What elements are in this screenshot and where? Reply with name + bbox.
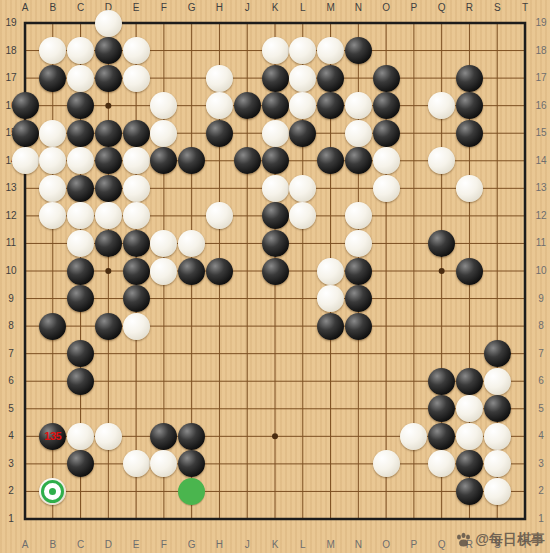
coord-label-left: 10 [1, 264, 21, 278]
black-stone [150, 423, 177, 450]
coord-label-top: A [15, 1, 35, 15]
coord-label-bottom: Q [432, 538, 452, 552]
white-stone [484, 368, 511, 395]
black-stone [262, 202, 289, 229]
white-stone [67, 37, 94, 64]
black-stone [373, 65, 400, 92]
coord-label-right: 16 [531, 99, 550, 113]
black-stone [345, 258, 372, 285]
coord-label-left: 3 [1, 457, 21, 471]
black-stone [67, 175, 94, 202]
white-stone [95, 10, 122, 37]
white-stone [123, 37, 150, 64]
black-stone [123, 230, 150, 257]
coord-label-bottom: B [43, 538, 63, 552]
black-stone [262, 92, 289, 119]
white-stone [373, 147, 400, 174]
coord-label-right: 5 [531, 402, 550, 416]
black-stone [95, 230, 122, 257]
coord-label-top: M [321, 1, 341, 15]
coord-label-right: 9 [531, 292, 550, 306]
white-stone [123, 450, 150, 477]
move-number-label: 135 [39, 423, 66, 450]
black-stone [456, 368, 483, 395]
white-stone [262, 120, 289, 147]
white-stone [95, 202, 122, 229]
white-stone [262, 175, 289, 202]
black-stone [456, 478, 483, 505]
black-stone [95, 120, 122, 147]
black-stone [67, 340, 94, 367]
coord-label-bottom: C [71, 538, 91, 552]
white-stone [456, 423, 483, 450]
white-stone [317, 37, 344, 64]
black-stone [95, 313, 122, 340]
white-stone [373, 175, 400, 202]
coord-label-bottom: F [154, 538, 174, 552]
coord-label-right: 3 [531, 457, 550, 471]
white-stone [289, 65, 316, 92]
coord-label-right: 12 [531, 209, 550, 223]
black-stone [123, 120, 150, 147]
black-stone [39, 313, 66, 340]
coord-label-top: H [209, 1, 229, 15]
white-stone [178, 230, 205, 257]
black-stone [178, 423, 205, 450]
go-app-screen: AABBCCDDEEFFGGHHJJKKLLMMNNOOPPQQRRSSTT19… [0, 0, 550, 553]
white-stone [123, 313, 150, 340]
black-stone [95, 147, 122, 174]
coord-label-right: 6 [531, 374, 550, 388]
black-stone [67, 285, 94, 312]
coord-label-bottom: G [182, 538, 202, 552]
black-stone [456, 258, 483, 285]
coord-label-top: L [293, 1, 313, 15]
black-stone [95, 37, 122, 64]
white-stone [289, 175, 316, 202]
coord-label-bottom: O [376, 538, 396, 552]
coord-label-bottom: E [126, 538, 146, 552]
black-stone [317, 65, 344, 92]
coord-label-bottom: D [98, 538, 118, 552]
black-stone [456, 120, 483, 147]
black-stone [484, 340, 511, 367]
black-stone [373, 92, 400, 119]
black-stone [95, 175, 122, 202]
coord-label-left: 17 [1, 71, 21, 85]
black-stone [262, 147, 289, 174]
black-stone [428, 230, 455, 257]
white-stone [95, 423, 122, 450]
coord-label-top: S [487, 1, 507, 15]
black-stone [39, 65, 66, 92]
white-stone [123, 202, 150, 229]
white-stone [206, 65, 233, 92]
coord-label-left: 1 [1, 512, 21, 526]
black-stone [345, 313, 372, 340]
coord-label-right: 2 [531, 484, 550, 498]
white-stone [39, 120, 66, 147]
white-stone [484, 423, 511, 450]
black-stone [484, 395, 511, 422]
white-stone [123, 175, 150, 202]
coord-label-top: J [237, 1, 257, 15]
coord-label-left: 6 [1, 374, 21, 388]
black-stone [428, 423, 455, 450]
white-stone [123, 147, 150, 174]
coord-label-right: 7 [531, 347, 550, 361]
black-stone [123, 258, 150, 285]
white-stone [67, 423, 94, 450]
black-stone [234, 147, 261, 174]
black-stone [456, 92, 483, 119]
coord-label-right: 1 [531, 512, 550, 526]
coord-label-bottom: N [348, 538, 368, 552]
white-stone [484, 450, 511, 477]
coord-label-right: 18 [531, 44, 550, 58]
green-disc-marker [178, 478, 205, 505]
white-stone [150, 120, 177, 147]
watermark-text: @每日棋事 [475, 531, 545, 549]
coord-label-left: 11 [1, 236, 21, 250]
white-stone [12, 147, 39, 174]
coord-label-top: N [348, 1, 368, 15]
coord-label-bottom: J [237, 538, 257, 552]
coord-label-bottom: L [293, 538, 313, 552]
white-stone [400, 423, 427, 450]
coord-label-top: C [71, 1, 91, 15]
coord-label-top: K [265, 1, 285, 15]
coord-label-right: 8 [531, 319, 550, 333]
white-stone [484, 478, 511, 505]
black-stone [456, 65, 483, 92]
white-stone [345, 92, 372, 119]
paw-icon [455, 532, 472, 548]
white-stone [67, 230, 94, 257]
white-stone [262, 37, 289, 64]
coord-label-right: 11 [531, 236, 550, 250]
black-stone [317, 92, 344, 119]
black-stone [345, 285, 372, 312]
black-stone [95, 65, 122, 92]
coord-label-bottom: M [321, 538, 341, 552]
coord-label-left: 18 [1, 44, 21, 58]
black-stone [234, 92, 261, 119]
coord-label-top: G [182, 1, 202, 15]
black-stone [428, 368, 455, 395]
coord-label-top: Q [432, 1, 452, 15]
coord-label-right: 14 [531, 154, 550, 168]
black-stone [289, 120, 316, 147]
coord-label-top: R [459, 1, 479, 15]
coord-label-bottom: H [209, 538, 229, 552]
coord-label-left: 9 [1, 292, 21, 306]
coord-label-left: 19 [1, 16, 21, 30]
white-stone [345, 120, 372, 147]
coord-label-left: 8 [1, 319, 21, 333]
watermark: @每日棋事 [455, 531, 545, 549]
coord-label-right: 17 [531, 71, 550, 85]
coord-label-left: 12 [1, 209, 21, 223]
black-stone [67, 120, 94, 147]
coord-label-left: 2 [1, 484, 21, 498]
coord-label-top: B [43, 1, 63, 15]
black-stone [206, 120, 233, 147]
coord-label-top: O [376, 1, 396, 15]
black-stone [345, 37, 372, 64]
coord-label-bottom: P [404, 538, 424, 552]
coord-label-left: 7 [1, 347, 21, 361]
coord-label-right: 10 [531, 264, 550, 278]
white-stone [456, 395, 483, 422]
black-stone [12, 120, 39, 147]
coord-label-bottom: K [265, 538, 285, 552]
coord-label-top: P [404, 1, 424, 15]
white-stone [150, 258, 177, 285]
coord-label-right: 15 [531, 126, 550, 140]
white-stone [317, 285, 344, 312]
black-stone [317, 313, 344, 340]
black-stone [123, 285, 150, 312]
coord-label-right: 13 [531, 181, 550, 195]
black-stone [345, 147, 372, 174]
black-stone [178, 258, 205, 285]
coord-label-top: E [126, 1, 146, 15]
white-stone [345, 202, 372, 229]
white-stone [345, 230, 372, 257]
black-stone [67, 368, 94, 395]
coord-label-left: 13 [1, 181, 21, 195]
black-stone [373, 120, 400, 147]
white-stone [456, 175, 483, 202]
white-stone [373, 450, 400, 477]
black-stone [262, 258, 289, 285]
coord-label-bottom: A [15, 538, 35, 552]
black-stone [12, 92, 39, 119]
coord-label-left: 5 [1, 402, 21, 416]
white-stone [67, 65, 94, 92]
coord-label-left: 4 [1, 429, 21, 443]
black-stone [206, 258, 233, 285]
white-stone [39, 175, 66, 202]
coord-label-top: F [154, 1, 174, 15]
white-stone [317, 258, 344, 285]
black-stone [67, 258, 94, 285]
black-stone [262, 65, 289, 92]
green-target-circle [39, 478, 66, 505]
coord-label-right: 4 [531, 429, 550, 443]
white-stone [206, 92, 233, 119]
coord-label-top: T [515, 1, 535, 15]
black-stone [67, 92, 94, 119]
coord-label-right: 19 [531, 16, 550, 30]
black-stone [262, 230, 289, 257]
white-stone [123, 65, 150, 92]
